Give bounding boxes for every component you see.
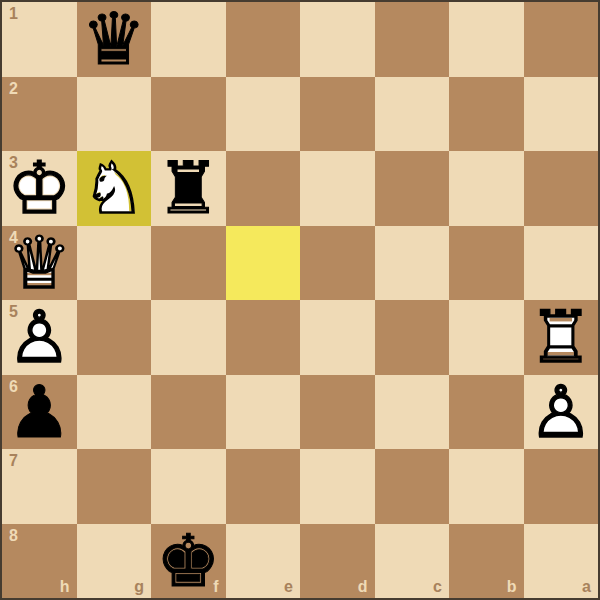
square-h4[interactable]: 4♛♕ — [2, 226, 77, 301]
square-f5[interactable] — [151, 300, 226, 375]
square-c8[interactable]: c — [375, 524, 450, 599]
square-c6[interactable] — [375, 375, 450, 450]
square-d1[interactable] — [300, 2, 375, 77]
square-g2[interactable] — [77, 77, 152, 152]
square-h8[interactable]: 8h — [2, 524, 77, 599]
square-f3[interactable]: ♜ — [151, 151, 226, 226]
square-d4[interactable] — [300, 226, 375, 301]
square-f2[interactable] — [151, 77, 226, 152]
square-g1[interactable]: ♛ — [77, 2, 152, 77]
rank-label-2: 2 — [9, 81, 18, 97]
square-b2[interactable] — [449, 77, 524, 152]
black-king-icon: ♚ — [151, 524, 226, 599]
square-d5[interactable] — [300, 300, 375, 375]
file-label-h: h — [60, 579, 70, 595]
square-f7[interactable] — [151, 449, 226, 524]
square-e5[interactable] — [226, 300, 301, 375]
square-h6[interactable]: 6♟ — [2, 375, 77, 450]
square-f4[interactable] — [151, 226, 226, 301]
square-h1[interactable]: 1 — [2, 2, 77, 77]
chess-board: 1♛23♚♔♞♘♜4♛♕5♟♙♜♖6♟♟♙78hgf♚edcba — [0, 0, 600, 600]
rank-label-7: 7 — [9, 453, 18, 469]
square-d6[interactable] — [300, 375, 375, 450]
square-e1[interactable] — [226, 2, 301, 77]
piece-white-queen-h4[interactable]: ♛♕ — [2, 226, 77, 301]
piece-white-pawn-h5[interactable]: ♟♙ — [2, 300, 77, 375]
square-f1[interactable] — [151, 2, 226, 77]
square-e2[interactable] — [226, 77, 301, 152]
square-b4[interactable] — [449, 226, 524, 301]
file-label-a: a — [582, 579, 591, 595]
square-h3[interactable]: 3♚♔ — [2, 151, 77, 226]
piece-black-pawn-h6[interactable]: ♟ — [2, 375, 77, 450]
file-label-c: c — [433, 579, 442, 595]
piece-white-pawn-a6[interactable]: ♟♙ — [524, 375, 599, 450]
file-label-g: g — [134, 579, 144, 595]
square-a7[interactable] — [524, 449, 599, 524]
square-e7[interactable] — [226, 449, 301, 524]
square-e3[interactable] — [226, 151, 301, 226]
square-a3[interactable] — [524, 151, 599, 226]
file-label-d: d — [358, 579, 368, 595]
black-pawn-icon: ♟ — [2, 375, 77, 450]
square-b3[interactable] — [449, 151, 524, 226]
rank-label-1: 1 — [9, 6, 18, 22]
square-g8[interactable]: g — [77, 524, 152, 599]
square-f6[interactable] — [151, 375, 226, 450]
square-g6[interactable] — [77, 375, 152, 450]
square-b6[interactable] — [449, 375, 524, 450]
square-d3[interactable] — [300, 151, 375, 226]
white-rook-outline-icon: ♖ — [524, 300, 599, 375]
square-c3[interactable] — [375, 151, 450, 226]
square-b1[interactable] — [449, 2, 524, 77]
piece-white-rook-a5[interactable]: ♜♖ — [524, 300, 599, 375]
square-c2[interactable] — [375, 77, 450, 152]
piece-white-king-h3[interactable]: ♚♔ — [2, 151, 77, 226]
square-h2[interactable]: 2 — [2, 77, 77, 152]
square-g3[interactable]: ♞♘ — [77, 151, 152, 226]
square-b7[interactable] — [449, 449, 524, 524]
square-c7[interactable] — [375, 449, 450, 524]
white-king-outline-icon: ♔ — [2, 151, 77, 226]
black-queen-icon: ♛ — [77, 2, 152, 77]
square-h5[interactable]: 5♟♙ — [2, 300, 77, 375]
white-pawn-outline-icon: ♙ — [2, 300, 77, 375]
square-d8[interactable]: d — [300, 524, 375, 599]
file-label-b: b — [507, 579, 517, 595]
square-b8[interactable]: b — [449, 524, 524, 599]
black-rook-icon: ♜ — [151, 151, 226, 226]
white-queen-outline-icon: ♕ — [2, 226, 77, 301]
square-h7[interactable]: 7 — [2, 449, 77, 524]
square-e6[interactable] — [226, 375, 301, 450]
file-label-e: e — [284, 579, 293, 595]
square-d2[interactable] — [300, 77, 375, 152]
square-a5[interactable]: ♜♖ — [524, 300, 599, 375]
square-c5[interactable] — [375, 300, 450, 375]
square-a1[interactable] — [524, 2, 599, 77]
piece-black-queen-g1[interactable]: ♛ — [77, 2, 152, 77]
white-pawn-outline-icon: ♙ — [524, 375, 599, 450]
square-b5[interactable] — [449, 300, 524, 375]
white-knight-outline-icon: ♘ — [77, 151, 152, 226]
piece-black-rook-f3[interactable]: ♜ — [151, 151, 226, 226]
square-a4[interactable] — [524, 226, 599, 301]
rank-label-8: 8 — [9, 528, 18, 544]
square-a8[interactable]: a — [524, 524, 599, 599]
piece-white-knight-g3[interactable]: ♞♘ — [77, 151, 152, 226]
square-c4[interactable] — [375, 226, 450, 301]
piece-black-king-f8[interactable]: ♚ — [151, 524, 226, 599]
square-g7[interactable] — [77, 449, 152, 524]
square-g5[interactable] — [77, 300, 152, 375]
square-g4[interactable] — [77, 226, 152, 301]
square-c1[interactable] — [375, 2, 450, 77]
square-d7[interactable] — [300, 449, 375, 524]
square-e8[interactable]: e — [226, 524, 301, 599]
square-e4[interactable] — [226, 226, 301, 301]
square-a2[interactable] — [524, 77, 599, 152]
square-a6[interactable]: ♟♙ — [524, 375, 599, 450]
square-f8[interactable]: f♚ — [151, 524, 226, 599]
